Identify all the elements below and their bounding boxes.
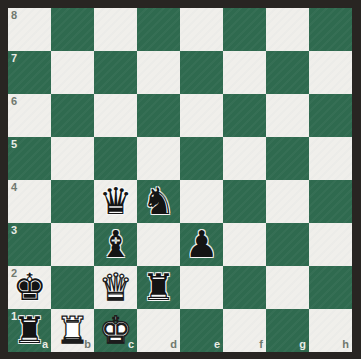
square-a4[interactable]: 4 (8, 180, 51, 223)
square-d2[interactable]: ♜ (137, 266, 180, 309)
square-a7[interactable]: 7 (8, 51, 51, 94)
piece-black-bishop[interactable]: ♝ (94, 223, 137, 266)
square-b3[interactable] (51, 223, 94, 266)
rank-label-2: 2 (11, 268, 17, 279)
square-g4[interactable] (266, 180, 309, 223)
square-g5[interactable] (266, 137, 309, 180)
square-h2[interactable] (309, 266, 352, 309)
file-label-e: e (214, 339, 220, 350)
square-b4[interactable] (51, 180, 94, 223)
piece-black-knight[interactable]: ♞ (137, 180, 180, 223)
square-h1[interactable]: h (309, 309, 352, 352)
square-e1[interactable]: e (180, 309, 223, 352)
square-d8[interactable] (137, 8, 180, 51)
square-e2[interactable] (180, 266, 223, 309)
square-c2[interactable]: ♛ (94, 266, 137, 309)
square-c4[interactable]: ♛ (94, 180, 137, 223)
square-a6[interactable]: 6 (8, 94, 51, 137)
square-a3[interactable]: 3 (8, 223, 51, 266)
square-c5[interactable] (94, 137, 137, 180)
square-c3[interactable]: ♝ (94, 223, 137, 266)
square-e3[interactable]: ♟ (180, 223, 223, 266)
rank-label-8: 8 (11, 10, 17, 21)
square-d7[interactable] (137, 51, 180, 94)
square-h6[interactable] (309, 94, 352, 137)
square-h8[interactable] (309, 8, 352, 51)
square-f3[interactable] (223, 223, 266, 266)
square-a1[interactable]: 1a♜ (8, 309, 51, 352)
piece-black-pawn[interactable]: ♟ (180, 223, 223, 266)
chess-app-window: 87654♛♞3♝♟2♚♛♜1a♜b♜c♚defgh (0, 0, 361, 359)
rank-label-5: 5 (11, 139, 17, 150)
piece-white-queen[interactable]: ♛ (94, 266, 137, 309)
square-h5[interactable] (309, 137, 352, 180)
square-f5[interactable] (223, 137, 266, 180)
square-h4[interactable] (309, 180, 352, 223)
file-label-b: b (84, 339, 91, 350)
square-f6[interactable] (223, 94, 266, 137)
square-b2[interactable] (51, 266, 94, 309)
file-label-a: a (42, 339, 48, 350)
square-c7[interactable] (94, 51, 137, 94)
rank-label-1: 1 (11, 311, 17, 322)
square-a8[interactable]: 8 (8, 8, 51, 51)
square-f1[interactable]: f (223, 309, 266, 352)
square-a2[interactable]: 2♚ (8, 266, 51, 309)
rank-label-6: 6 (11, 96, 17, 107)
square-b5[interactable] (51, 137, 94, 180)
file-label-h: h (342, 339, 349, 350)
square-h7[interactable] (309, 51, 352, 94)
rank-label-4: 4 (11, 182, 17, 193)
square-g6[interactable] (266, 94, 309, 137)
square-e7[interactable] (180, 51, 223, 94)
square-g2[interactable] (266, 266, 309, 309)
square-d6[interactable] (137, 94, 180, 137)
square-f7[interactable] (223, 51, 266, 94)
square-d1[interactable]: d (137, 309, 180, 352)
square-b1[interactable]: b♜ (51, 309, 94, 352)
square-g8[interactable] (266, 8, 309, 51)
rank-label-3: 3 (11, 225, 17, 236)
square-c8[interactable] (94, 8, 137, 51)
square-h3[interactable] (309, 223, 352, 266)
square-b6[interactable] (51, 94, 94, 137)
chess-board: 87654♛♞3♝♟2♚♛♜1a♜b♜c♚defgh (8, 8, 352, 352)
square-d5[interactable] (137, 137, 180, 180)
square-g3[interactable] (266, 223, 309, 266)
square-e4[interactable] (180, 180, 223, 223)
square-c6[interactable] (94, 94, 137, 137)
square-a5[interactable]: 5 (8, 137, 51, 180)
square-d3[interactable] (137, 223, 180, 266)
file-label-d: d (170, 339, 177, 350)
square-f2[interactable] (223, 266, 266, 309)
file-label-f: f (259, 339, 263, 350)
square-g7[interactable] (266, 51, 309, 94)
square-b8[interactable] (51, 8, 94, 51)
square-g1[interactable]: g (266, 309, 309, 352)
square-e6[interactable] (180, 94, 223, 137)
square-c1[interactable]: c♚ (94, 309, 137, 352)
square-d4[interactable]: ♞ (137, 180, 180, 223)
square-e8[interactable] (180, 8, 223, 51)
file-label-g: g (299, 339, 306, 350)
piece-black-queen[interactable]: ♛ (94, 180, 137, 223)
square-e5[interactable] (180, 137, 223, 180)
square-f4[interactable] (223, 180, 266, 223)
piece-black-rook[interactable]: ♜ (137, 266, 180, 309)
rank-label-7: 7 (11, 53, 17, 64)
square-f8[interactable] (223, 8, 266, 51)
square-b7[interactable] (51, 51, 94, 94)
file-label-c: c (128, 339, 134, 350)
